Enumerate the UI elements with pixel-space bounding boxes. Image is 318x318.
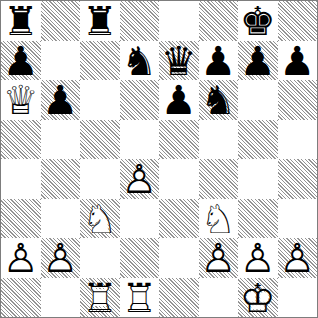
square-a8[interactable]: ♜: [1, 1, 41, 41]
square-b3[interactable]: [41, 199, 81, 239]
square-a7[interactable]: ♟: [1, 41, 41, 81]
square-b5[interactable]: [41, 120, 81, 160]
piece-glyph: ♟: [200, 42, 236, 80]
piece-white-pawn: ♟♙: [240, 239, 276, 277]
square-g2[interactable]: ♟♙: [238, 238, 278, 278]
square-b6[interactable]: ♟: [41, 80, 81, 120]
piece-glyph: ♞: [121, 42, 157, 80]
piece-black-queen: ♛: [161, 42, 197, 80]
square-f1[interactable]: [199, 278, 239, 318]
square-e3[interactable]: [159, 199, 199, 239]
square-a1[interactable]: [1, 278, 41, 318]
piece-glyph: ♘: [200, 200, 236, 238]
square-d8[interactable]: [120, 1, 160, 41]
piece-white-pawn: ♟♙: [200, 239, 236, 277]
square-h2[interactable]: ♟♙: [278, 238, 318, 278]
piece-glyph: ♟: [279, 42, 315, 80]
piece-white-queen: ♛♕: [3, 81, 39, 119]
piece-glyph: ♜: [82, 2, 118, 40]
square-b1[interactable]: [41, 278, 81, 318]
piece-black-pawn: ♟: [279, 42, 315, 80]
square-b8[interactable]: [41, 1, 81, 41]
square-g5[interactable]: [238, 120, 278, 160]
piece-black-knight: ♞: [200, 81, 236, 119]
piece-glyph: ♟: [161, 81, 197, 119]
piece-black-king: ♚: [240, 2, 276, 40]
piece-black-rook: ♜: [82, 2, 118, 40]
piece-glyph: ♙: [240, 239, 276, 277]
piece-glyph: ♙: [42, 239, 78, 277]
piece-white-knight: ♞♘: [200, 200, 236, 238]
square-a5[interactable]: [1, 120, 41, 160]
square-c2[interactable]: [80, 238, 120, 278]
piece-black-pawn: ♟: [240, 42, 276, 80]
square-g3[interactable]: [238, 199, 278, 239]
square-e6[interactable]: ♟: [159, 80, 199, 120]
piece-white-knight: ♞♘: [82, 200, 118, 238]
square-d3[interactable]: [120, 199, 160, 239]
piece-glyph: ♙: [200, 239, 236, 277]
square-e5[interactable]: [159, 120, 199, 160]
square-f8[interactable]: [199, 1, 239, 41]
piece-white-pawn: ♟♙: [42, 239, 78, 277]
square-d4[interactable]: ♟♙: [120, 159, 160, 199]
square-f3[interactable]: ♞♘: [199, 199, 239, 239]
piece-white-rook: ♜♖: [121, 279, 157, 317]
piece-glyph: ♟: [240, 42, 276, 80]
square-f6[interactable]: ♞: [199, 80, 239, 120]
piece-glyph: ♚: [240, 2, 276, 40]
square-c5[interactable]: [80, 120, 120, 160]
square-b4[interactable]: [41, 159, 81, 199]
square-d5[interactable]: [120, 120, 160, 160]
piece-glyph: ♛: [161, 42, 197, 80]
piece-black-rook: ♜: [3, 2, 39, 40]
square-e4[interactable]: [159, 159, 199, 199]
piece-white-pawn: ♟♙: [3, 239, 39, 277]
square-a6[interactable]: ♛♕: [1, 80, 41, 120]
piece-glyph: ♕: [3, 81, 39, 119]
piece-glyph: ♙: [3, 239, 39, 277]
square-c6[interactable]: [80, 80, 120, 120]
square-b2[interactable]: ♟♙: [41, 238, 81, 278]
square-d6[interactable]: [120, 80, 160, 120]
square-f5[interactable]: [199, 120, 239, 160]
square-g8[interactable]: ♚: [238, 1, 278, 41]
piece-glyph: ♜: [3, 2, 39, 40]
square-d2[interactable]: [120, 238, 160, 278]
square-f2[interactable]: ♟♙: [199, 238, 239, 278]
square-g1[interactable]: ♚♔: [238, 278, 278, 318]
square-e1[interactable]: [159, 278, 199, 318]
piece-black-knight: ♞: [121, 42, 157, 80]
square-h8[interactable]: [278, 1, 318, 41]
square-e8[interactable]: [159, 1, 199, 41]
square-a4[interactable]: [1, 159, 41, 199]
piece-white-pawn: ♟♙: [279, 239, 315, 277]
piece-white-king: ♚♔: [240, 279, 276, 317]
square-e7[interactable]: ♛: [159, 41, 199, 81]
piece-glyph: ♙: [279, 239, 315, 277]
square-h7[interactable]: ♟: [278, 41, 318, 81]
square-c4[interactable]: [80, 159, 120, 199]
square-h1[interactable]: [278, 278, 318, 318]
piece-glyph: ♙: [121, 160, 157, 198]
square-b7[interactable]: [41, 41, 81, 81]
square-c8[interactable]: ♜: [80, 1, 120, 41]
piece-black-pawn: ♟: [3, 42, 39, 80]
piece-glyph: ♖: [82, 279, 118, 317]
piece-white-rook: ♜♖: [82, 279, 118, 317]
square-c7[interactable]: [80, 41, 120, 81]
piece-glyph: ♞: [200, 81, 236, 119]
piece-black-pawn: ♟: [161, 81, 197, 119]
chess-board: ♜♜♚♟♞♛♟♟♟♛♕♟♟♞♟♙♞♘♞♘♟♙♟♙♟♙♟♙♟♙♜♖♜♖♚♔: [0, 0, 318, 318]
piece-glyph: ♘: [82, 200, 118, 238]
square-e2[interactable]: [159, 238, 199, 278]
piece-glyph: ♖: [121, 279, 157, 317]
piece-glyph: ♟: [42, 81, 78, 119]
square-f7[interactable]: ♟: [199, 41, 239, 81]
piece-black-pawn: ♟: [42, 81, 78, 119]
square-g4[interactable]: [238, 159, 278, 199]
square-h4[interactable]: [278, 159, 318, 199]
square-c1[interactable]: ♜♖: [80, 278, 120, 318]
square-h5[interactable]: [278, 120, 318, 160]
piece-glyph: ♔: [240, 279, 276, 317]
square-d7[interactable]: ♞: [120, 41, 160, 81]
square-d1[interactable]: ♜♖: [120, 278, 160, 318]
square-c3[interactable]: ♞♘: [80, 199, 120, 239]
square-a2[interactable]: ♟♙: [1, 238, 41, 278]
piece-glyph: ♟: [3, 42, 39, 80]
square-h6[interactable]: [278, 80, 318, 120]
square-f4[interactable]: [199, 159, 239, 199]
piece-black-pawn: ♟: [200, 42, 236, 80]
square-h3[interactable]: [278, 199, 318, 239]
square-g6[interactable]: [238, 80, 278, 120]
square-a3[interactable]: [1, 199, 41, 239]
piece-white-pawn: ♟♙: [121, 160, 157, 198]
square-g7[interactable]: ♟: [238, 41, 278, 81]
